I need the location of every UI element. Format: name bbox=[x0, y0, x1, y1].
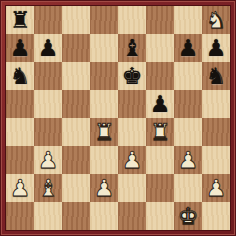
square-g5[interactable] bbox=[174, 90, 202, 118]
square-e4[interactable] bbox=[118, 118, 146, 146]
square-d8[interactable] bbox=[90, 6, 118, 34]
black-pawn[interactable]: ♟ bbox=[174, 34, 202, 62]
board-frame: ♜♞♟♟♝♟♟♞♚♞♟♜♜♟♟♟♟♝♟♟♚ bbox=[0, 0, 236, 236]
square-a6[interactable]: ♞ bbox=[6, 62, 34, 90]
square-e5[interactable] bbox=[118, 90, 146, 118]
square-a5[interactable] bbox=[6, 90, 34, 118]
square-f1[interactable] bbox=[146, 202, 174, 230]
square-h4[interactable] bbox=[202, 118, 230, 146]
square-c1[interactable] bbox=[62, 202, 90, 230]
square-d5[interactable] bbox=[90, 90, 118, 118]
square-g2[interactable] bbox=[174, 174, 202, 202]
square-a7[interactable]: ♟ bbox=[6, 34, 34, 62]
white-pawn[interactable]: ♟ bbox=[6, 174, 34, 202]
square-f5[interactable]: ♟ bbox=[146, 90, 174, 118]
black-bishop[interactable]: ♝ bbox=[118, 34, 146, 62]
square-b7[interactable]: ♟ bbox=[34, 34, 62, 62]
square-b2[interactable]: ♝ bbox=[34, 174, 62, 202]
square-a1[interactable] bbox=[6, 202, 34, 230]
square-c5[interactable] bbox=[62, 90, 90, 118]
chess-board: ♜♞♟♟♝♟♟♞♚♞♟♜♜♟♟♟♟♝♟♟♚ bbox=[5, 5, 231, 231]
square-h7[interactable]: ♟ bbox=[202, 34, 230, 62]
square-e2[interactable] bbox=[118, 174, 146, 202]
square-e7[interactable]: ♝ bbox=[118, 34, 146, 62]
square-b4[interactable] bbox=[34, 118, 62, 146]
square-c6[interactable] bbox=[62, 62, 90, 90]
white-rook[interactable]: ♜ bbox=[146, 118, 174, 146]
square-e1[interactable] bbox=[118, 202, 146, 230]
square-f3[interactable] bbox=[146, 146, 174, 174]
square-d2[interactable]: ♟ bbox=[90, 174, 118, 202]
square-e3[interactable]: ♟ bbox=[118, 146, 146, 174]
white-pawn[interactable]: ♟ bbox=[118, 146, 146, 174]
square-d4[interactable]: ♜ bbox=[90, 118, 118, 146]
square-e8[interactable] bbox=[118, 6, 146, 34]
square-b6[interactable] bbox=[34, 62, 62, 90]
square-c7[interactable] bbox=[62, 34, 90, 62]
square-c4[interactable] bbox=[62, 118, 90, 146]
white-rook[interactable]: ♜ bbox=[90, 118, 118, 146]
square-c8[interactable] bbox=[62, 6, 90, 34]
black-pawn[interactable]: ♟ bbox=[34, 34, 62, 62]
white-pawn[interactable]: ♟ bbox=[174, 146, 202, 174]
black-knight[interactable]: ♞ bbox=[6, 62, 34, 90]
white-pawn[interactable]: ♟ bbox=[90, 174, 118, 202]
square-g1[interactable]: ♚ bbox=[174, 202, 202, 230]
white-pawn[interactable]: ♟ bbox=[202, 174, 230, 202]
square-b8[interactable] bbox=[34, 6, 62, 34]
white-pawn[interactable]: ♟ bbox=[34, 146, 62, 174]
square-h3[interactable] bbox=[202, 146, 230, 174]
square-e6[interactable]: ♚ bbox=[118, 62, 146, 90]
white-king[interactable]: ♚ bbox=[174, 202, 202, 230]
black-pawn[interactable]: ♟ bbox=[202, 34, 230, 62]
black-king[interactable]: ♚ bbox=[118, 62, 146, 90]
square-g3[interactable]: ♟ bbox=[174, 146, 202, 174]
square-a3[interactable] bbox=[6, 146, 34, 174]
square-a8[interactable]: ♜ bbox=[6, 6, 34, 34]
square-b5[interactable] bbox=[34, 90, 62, 118]
square-h2[interactable]: ♟ bbox=[202, 174, 230, 202]
square-d1[interactable] bbox=[90, 202, 118, 230]
square-a4[interactable] bbox=[6, 118, 34, 146]
white-knight[interactable]: ♞ bbox=[202, 6, 230, 34]
black-rook[interactable]: ♜ bbox=[6, 6, 34, 34]
square-h6[interactable]: ♞ bbox=[202, 62, 230, 90]
square-b3[interactable]: ♟ bbox=[34, 146, 62, 174]
square-f2[interactable] bbox=[146, 174, 174, 202]
square-f8[interactable] bbox=[146, 6, 174, 34]
square-a2[interactable]: ♟ bbox=[6, 174, 34, 202]
square-c2[interactable] bbox=[62, 174, 90, 202]
square-b1[interactable] bbox=[34, 202, 62, 230]
square-h8[interactable]: ♞ bbox=[202, 6, 230, 34]
square-h5[interactable] bbox=[202, 90, 230, 118]
square-d7[interactable] bbox=[90, 34, 118, 62]
square-g6[interactable] bbox=[174, 62, 202, 90]
black-pawn[interactable]: ♟ bbox=[6, 34, 34, 62]
square-c3[interactable] bbox=[62, 146, 90, 174]
square-g8[interactable] bbox=[174, 6, 202, 34]
square-d3[interactable] bbox=[90, 146, 118, 174]
white-bishop[interactable]: ♝ bbox=[34, 174, 62, 202]
square-g4[interactable] bbox=[174, 118, 202, 146]
square-d6[interactable] bbox=[90, 62, 118, 90]
black-pawn[interactable]: ♟ bbox=[146, 90, 174, 118]
square-h1[interactable] bbox=[202, 202, 230, 230]
square-f4[interactable]: ♜ bbox=[146, 118, 174, 146]
square-f6[interactable] bbox=[146, 62, 174, 90]
square-g7[interactable]: ♟ bbox=[174, 34, 202, 62]
black-knight[interactable]: ♞ bbox=[202, 62, 230, 90]
square-f7[interactable] bbox=[146, 34, 174, 62]
